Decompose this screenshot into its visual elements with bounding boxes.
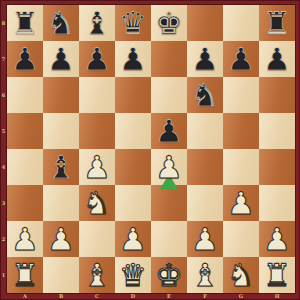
file-label-h: H (259, 292, 295, 300)
white-king-e1[interactable]: ♚ (151, 257, 187, 293)
white-pawn-f2[interactable]: ♟ (187, 221, 223, 257)
white-pawn-a2[interactable]: ♟ (7, 221, 43, 257)
white-knight-g1[interactable]: ♞ (223, 257, 259, 293)
black-rook-h8[interactable]: ♜ (259, 5, 295, 41)
file-label-d: D (115, 292, 151, 300)
white-pawn-d2[interactable]: ♟ (115, 221, 151, 257)
white-bishop-c1[interactable]: ♝ (79, 257, 115, 293)
rank-label-1: 1 (0, 257, 7, 293)
white-pawn-e4[interactable]: ♟ (151, 149, 187, 185)
rank-label-3: 3 (0, 185, 7, 221)
file-label-g: G (223, 292, 259, 300)
white-queen-d1[interactable]: ♛ (115, 257, 151, 293)
black-pawn-f7[interactable]: ♟ (187, 41, 223, 77)
black-knight-b8[interactable]: ♞ (43, 5, 79, 41)
black-knight-f6[interactable]: ♞ (187, 77, 223, 113)
black-pawn-e5[interactable]: ♟ (151, 113, 187, 149)
rank-label-4: 4 (0, 149, 7, 185)
white-pawn-g3[interactable]: ♟ (223, 185, 259, 221)
file-label-b: B (43, 292, 79, 300)
black-queen-d8[interactable]: ♛ (115, 5, 151, 41)
rank-label-6: 6 (0, 77, 7, 113)
file-label-a: A (7, 292, 43, 300)
rank-label-2: 2 (0, 221, 7, 257)
black-pawn-c7[interactable]: ♟ (79, 41, 115, 77)
white-pawn-b2[interactable]: ♟ (43, 221, 79, 257)
black-bishop-b4[interactable]: ♝ (43, 149, 79, 185)
white-pawn-c4[interactable]: ♟ (79, 149, 115, 185)
black-rook-a8[interactable]: ♜ (7, 5, 43, 41)
file-label-e: E (151, 292, 187, 300)
file-label-c: C (79, 292, 115, 300)
black-pawn-a7[interactable]: ♟ (7, 41, 43, 77)
pieces-layer: ♜♞♝♛♚♜♟♟♟♟♟♟♟♞♟♝♟♟♞♟♟♟♟♟♟♜♝♛♚♝♞♜ (0, 0, 300, 300)
black-pawn-b7[interactable]: ♟ (43, 41, 79, 77)
white-bishop-f1[interactable]: ♝ (187, 257, 223, 293)
white-rook-h1[interactable]: ♜ (259, 257, 295, 293)
rank-label-5: 5 (0, 113, 7, 149)
black-pawn-h7[interactable]: ♟ (259, 41, 295, 77)
black-pawn-d7[interactable]: ♟ (115, 41, 151, 77)
file-label-f: F (187, 292, 223, 300)
black-pawn-g7[interactable]: ♟ (223, 41, 259, 77)
chess-board-frame: ♜♞♝♛♚♜♟♟♟♟♟♟♟♞♟♝♟♟♞♟♟♟♟♟♟♜♝♛♚♝♞♜ 8765432… (0, 0, 300, 300)
rank-label-7: 7 (0, 41, 7, 77)
black-king-e8[interactable]: ♚ (151, 5, 187, 41)
white-knight-c3[interactable]: ♞ (79, 185, 115, 221)
rank-label-8: 8 (0, 5, 7, 41)
black-bishop-c8[interactable]: ♝ (79, 5, 115, 41)
white-rook-a1[interactable]: ♜ (7, 257, 43, 293)
white-pawn-h2[interactable]: ♟ (259, 221, 295, 257)
